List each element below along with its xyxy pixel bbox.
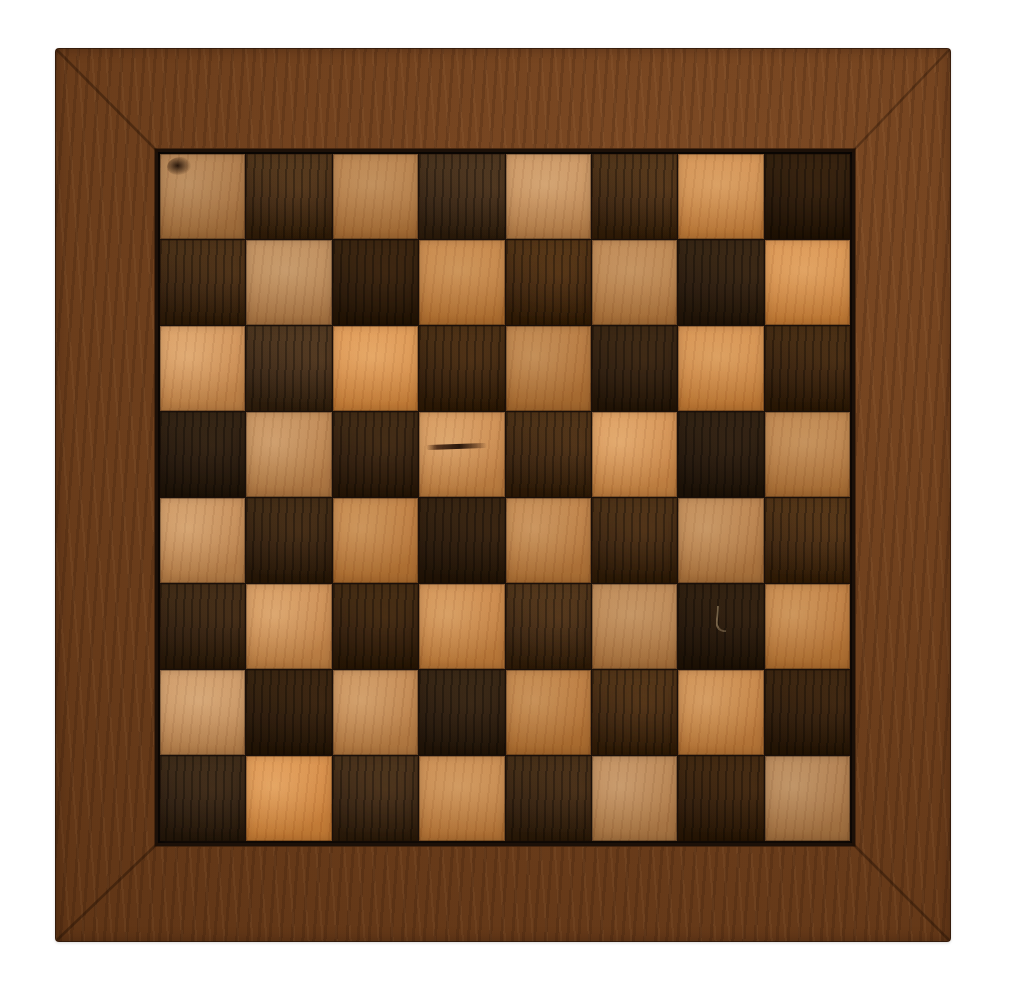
blemish-crack bbox=[426, 443, 488, 450]
square-d2 bbox=[419, 670, 504, 755]
square-g6 bbox=[678, 326, 763, 411]
square-a5 bbox=[160, 412, 245, 497]
square-d7 bbox=[419, 240, 504, 325]
blemish-scratch bbox=[715, 606, 728, 633]
square-b2 bbox=[246, 670, 331, 755]
playing-area bbox=[158, 152, 852, 843]
photo-background bbox=[0, 0, 1014, 1000]
square-f8 bbox=[592, 154, 677, 239]
blemish-stain bbox=[167, 157, 193, 176]
square-c3 bbox=[333, 584, 418, 669]
square-g7 bbox=[678, 240, 763, 325]
square-h7 bbox=[765, 240, 850, 325]
square-f4 bbox=[592, 498, 677, 583]
square-h6 bbox=[765, 326, 850, 411]
square-e3 bbox=[506, 584, 591, 669]
square-f2 bbox=[592, 670, 677, 755]
square-c6 bbox=[333, 326, 418, 411]
square-g1 bbox=[678, 756, 763, 841]
square-d1 bbox=[419, 756, 504, 841]
square-e6 bbox=[506, 326, 591, 411]
square-h3 bbox=[765, 584, 850, 669]
square-f7 bbox=[592, 240, 677, 325]
square-a2 bbox=[160, 670, 245, 755]
square-f6 bbox=[592, 326, 677, 411]
square-b1 bbox=[246, 756, 331, 841]
square-b4 bbox=[246, 498, 331, 583]
square-c7 bbox=[333, 240, 418, 325]
square-b3 bbox=[246, 584, 331, 669]
square-c5 bbox=[333, 412, 418, 497]
square-d3 bbox=[419, 584, 504, 669]
square-f5 bbox=[592, 412, 677, 497]
square-g5 bbox=[678, 412, 763, 497]
square-d6 bbox=[419, 326, 504, 411]
square-a7 bbox=[160, 240, 245, 325]
square-h5 bbox=[765, 412, 850, 497]
square-a3 bbox=[160, 584, 245, 669]
square-d4 bbox=[419, 498, 504, 583]
square-b7 bbox=[246, 240, 331, 325]
square-e2 bbox=[506, 670, 591, 755]
square-c1 bbox=[333, 756, 418, 841]
square-e5 bbox=[506, 412, 591, 497]
square-e8 bbox=[506, 154, 591, 239]
square-g2 bbox=[678, 670, 763, 755]
square-g8 bbox=[678, 154, 763, 239]
square-a8 bbox=[160, 154, 245, 239]
square-e4 bbox=[506, 498, 591, 583]
square-h1 bbox=[765, 756, 850, 841]
board-grid bbox=[160, 154, 850, 841]
square-d5 bbox=[419, 412, 504, 497]
square-e7 bbox=[506, 240, 591, 325]
square-h2 bbox=[765, 670, 850, 755]
square-a1 bbox=[160, 756, 245, 841]
square-h8 bbox=[765, 154, 850, 239]
chessboard bbox=[55, 48, 951, 942]
square-h4 bbox=[765, 498, 850, 583]
square-d8 bbox=[419, 154, 504, 239]
square-g3 bbox=[678, 584, 763, 669]
square-b6 bbox=[246, 326, 331, 411]
square-c8 bbox=[333, 154, 418, 239]
square-c2 bbox=[333, 670, 418, 755]
square-f1 bbox=[592, 756, 677, 841]
square-g4 bbox=[678, 498, 763, 583]
square-b5 bbox=[246, 412, 331, 497]
square-a6 bbox=[160, 326, 245, 411]
square-f3 bbox=[592, 584, 677, 669]
square-e1 bbox=[506, 756, 591, 841]
square-c4 bbox=[333, 498, 418, 583]
square-b8 bbox=[246, 154, 331, 239]
square-a4 bbox=[160, 498, 245, 583]
